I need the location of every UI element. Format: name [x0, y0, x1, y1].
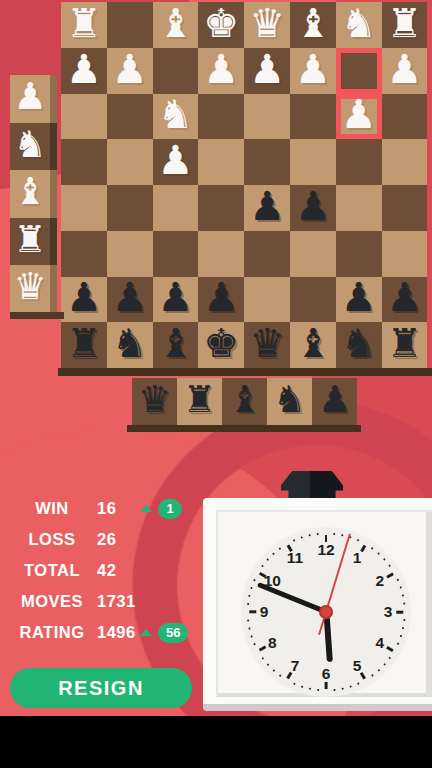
clock-tick [248, 627, 251, 630]
stat-row-rating: RATING 1496 56 [0, 617, 205, 648]
clock-tick [247, 619, 250, 622]
clock-tick [250, 635, 253, 638]
black-pawn: ♟ [203, 277, 239, 317]
square-a1[interactable]: ♜ [382, 2, 428, 48]
white-pawn: ♟ [112, 49, 148, 89]
square-c5[interactable]: ♟ [290, 185, 336, 231]
clock-tick [403, 603, 406, 606]
stat-row-total: TOTAL 42 [0, 555, 205, 586]
clock-tick [396, 579, 399, 582]
stat-value: 16 [97, 499, 116, 518]
black-queen: ♛ [138, 381, 171, 418]
clock-tick [356, 539, 359, 542]
black-tray-base [127, 425, 361, 432]
tray-square: ♛ [132, 378, 177, 425]
square-g1[interactable] [107, 2, 153, 48]
tray-square: ♝ [10, 170, 57, 218]
clock-number-12: 12 [314, 541, 338, 559]
clock-face: 123456789101112 [241, 527, 411, 697]
clock-tick [370, 547, 373, 550]
square-h5[interactable] [61, 185, 107, 231]
black-knight: ♞ [273, 381, 306, 418]
square-c3[interactable] [290, 94, 336, 140]
white-bishop: ♝ [158, 3, 194, 43]
square-f3[interactable]: ♞ [153, 94, 199, 140]
black-pawn: ♟ [318, 381, 351, 418]
square-g7[interactable]: ♟ [107, 277, 153, 323]
black-bishop: ♝ [228, 381, 261, 418]
clock-tick [377, 669, 380, 672]
clock-tick [300, 536, 303, 539]
square-g6[interactable] [107, 231, 153, 277]
black-pawn: ♟ [249, 186, 285, 226]
clock-tick [253, 579, 256, 582]
square-b7[interactable]: ♟ [336, 277, 382, 323]
clock-tick [272, 552, 275, 555]
clock-tick [356, 682, 359, 685]
delta-badge: 56 [158, 623, 188, 643]
clock-number-11: 11 [283, 549, 307, 567]
clock-number-5: 5 [345, 657, 369, 675]
white-pawn: ♟ [249, 49, 285, 89]
square-h2[interactable]: ♟ [61, 48, 107, 94]
square-a3[interactable] [382, 94, 428, 140]
square-a8[interactable]: ♜ [382, 322, 428, 368]
clock-tick [388, 564, 391, 567]
white-pawn: ♟ [295, 49, 331, 89]
black-queen: ♛ [249, 323, 285, 363]
clock-tick [383, 558, 386, 561]
square-f1[interactable]: ♝ [153, 2, 199, 48]
clock-tick [370, 674, 373, 677]
clock-tick [399, 635, 402, 638]
white-queen: ♛ [13, 268, 46, 305]
clock-tick [401, 627, 404, 630]
black-rook: ♜ [66, 323, 102, 363]
white-pawn: ♟ [158, 140, 194, 180]
clock-tick [278, 674, 281, 677]
black-bishop: ♝ [295, 323, 331, 363]
white-king: ♚ [203, 3, 239, 43]
square-f5[interactable] [153, 185, 199, 231]
clock-tick [248, 594, 251, 597]
white-knight: ♞ [158, 94, 194, 134]
clock-tick [317, 533, 320, 536]
square-b5[interactable] [336, 185, 382, 231]
square-e4[interactable] [198, 139, 244, 185]
white-piece-tray: ♟♞♝♜♛ [10, 75, 57, 313]
chess-clock: 123456789101112 [203, 498, 432, 710]
stat-label: LOSS [8, 530, 96, 549]
square-f7[interactable]: ♟ [153, 277, 199, 323]
black-rook: ♜ [183, 381, 216, 418]
clock-tick [300, 685, 303, 688]
stat-value: 1496 [97, 623, 136, 642]
tray-square: ♝ [222, 378, 267, 425]
black-bishop: ♝ [158, 323, 194, 363]
white-rook: ♜ [66, 3, 102, 43]
black-pawn: ♟ [387, 277, 423, 317]
black-knight: ♞ [341, 323, 377, 363]
resign-button[interactable]: RESIGN [10, 668, 192, 708]
white-pawn: ♟ [341, 94, 377, 134]
stat-label: RATING [8, 623, 96, 642]
square-e6[interactable] [198, 231, 244, 277]
clock-tick [349, 685, 352, 688]
tray-square: ♛ [10, 265, 57, 313]
square-b8[interactable]: ♞ [336, 322, 382, 368]
clock-tick [250, 586, 253, 589]
black-pawn: ♟ [112, 277, 148, 317]
square-c4[interactable] [290, 139, 336, 185]
clock-number-1: 1 [345, 549, 369, 567]
white-tray-base [10, 312, 64, 319]
square-e1[interactable]: ♚ [198, 2, 244, 48]
clock-plunger-button [281, 471, 343, 499]
square-b2[interactable] [336, 48, 382, 94]
up-arrow-icon [140, 505, 152, 512]
square-h6[interactable] [61, 231, 107, 277]
clock-base [203, 704, 432, 711]
tray-square: ♞ [267, 378, 312, 425]
black-pawn: ♟ [66, 277, 102, 317]
clock-tick [253, 642, 256, 645]
square-e2[interactable]: ♟ [198, 48, 244, 94]
square-h3[interactable] [61, 94, 107, 140]
clock-tick [308, 534, 311, 537]
black-king: ♚ [203, 323, 239, 363]
white-rook: ♜ [13, 221, 46, 258]
square-c8[interactable]: ♝ [290, 322, 336, 368]
stat-row-win: WIN 16 1 [0, 493, 205, 524]
square-d7[interactable] [244, 277, 290, 323]
clock-tick [278, 547, 281, 550]
square-d4[interactable] [244, 139, 290, 185]
clock-tick [383, 663, 386, 666]
white-pawn: ♟ [13, 78, 46, 115]
clock-tick [341, 687, 344, 690]
square-c1[interactable]: ♝ [290, 2, 336, 48]
square-a4[interactable] [382, 139, 428, 185]
white-knight: ♞ [13, 126, 46, 163]
black-pawn: ♟ [295, 186, 331, 226]
square-g3[interactable] [107, 94, 153, 140]
clock-tick [293, 539, 296, 542]
square-e3[interactable] [198, 94, 244, 140]
stat-value: 1731 [97, 592, 136, 611]
clock-tick [333, 533, 336, 536]
stat-row-moves: MOVES 1731 [0, 586, 205, 617]
white-bishop: ♝ [13, 173, 46, 210]
clock-tick [403, 619, 406, 622]
clock-number-6: 6 [314, 665, 338, 683]
chess-board[interactable]: ♜♝♚♛♝♞♜♟♟♟♟♟♟♞♟♟♟♟♟♟♟♟♟♟♜♞♝♚♛♝♞♜ [61, 2, 427, 368]
stat-label: WIN [8, 499, 96, 518]
square-a5[interactable] [382, 185, 428, 231]
tray-square: ♜ [10, 218, 57, 266]
stat-label: TOTAL [8, 561, 96, 580]
square-f8[interactable]: ♝ [153, 322, 199, 368]
clock-tick [325, 535, 328, 542]
square-d5[interactable]: ♟ [244, 185, 290, 231]
square-f6[interactable] [153, 231, 199, 277]
clock-center-cap [319, 605, 333, 619]
clock-tick [396, 611, 403, 614]
clock-tick [266, 558, 269, 561]
clock-tick [317, 689, 320, 692]
up-arrow-icon [140, 629, 152, 636]
bottom-black-bar [0, 716, 432, 768]
square-f2[interactable] [153, 48, 199, 94]
square-h4[interactable] [61, 139, 107, 185]
clock-tick [401, 594, 404, 597]
square-b1[interactable]: ♞ [336, 2, 382, 48]
stat-label: MOVES [8, 592, 96, 611]
square-a6[interactable] [382, 231, 428, 277]
white-rook: ♜ [387, 3, 423, 43]
black-rook: ♜ [387, 323, 423, 363]
square-d8[interactable]: ♛ [244, 322, 290, 368]
square-d2[interactable]: ♟ [244, 48, 290, 94]
clock-tick [325, 682, 328, 689]
square-e5[interactable] [198, 185, 244, 231]
square-d6[interactable] [244, 231, 290, 277]
square-b3[interactable]: ♟ [336, 94, 382, 140]
clock-inner-panel: 123456789101112 [216, 510, 432, 697]
white-queen: ♛ [249, 3, 285, 43]
chess-app-screen: ♜♝♚♛♝♞♜♟♟♟♟♟♟♞♟♟♟♟♟♟♟♟♟♟♜♞♝♚♛♝♞♜ ♟♞♝♜♛ ♛… [0, 0, 432, 768]
white-knight: ♞ [341, 3, 377, 43]
black-pawn: ♟ [341, 277, 377, 317]
square-h7[interactable]: ♟ [61, 277, 107, 323]
clock-tick [293, 682, 296, 685]
square-c2[interactable]: ♟ [290, 48, 336, 94]
square-e7[interactable]: ♟ [198, 277, 244, 323]
clock-number-7: 7 [283, 657, 307, 675]
stat-value: 26 [97, 530, 116, 549]
clock-tick [261, 564, 264, 567]
square-g4[interactable] [107, 139, 153, 185]
square-c7[interactable] [290, 277, 336, 323]
tray-square: ♟ [10, 75, 57, 123]
tray-square: ♜ [177, 378, 222, 425]
square-g8[interactable]: ♞ [107, 322, 153, 368]
clock-tick [377, 552, 380, 555]
square-b6[interactable] [336, 231, 382, 277]
delta-badge: 1 [158, 499, 182, 519]
square-f4[interactable]: ♟ [153, 139, 199, 185]
white-pawn: ♟ [203, 49, 239, 89]
square-d1[interactable]: ♛ [244, 2, 290, 48]
square-h1[interactable]: ♜ [61, 2, 107, 48]
tray-square: ♟ [312, 378, 357, 425]
clock-tick [261, 656, 264, 659]
clock-tick [333, 689, 336, 692]
square-e8[interactable]: ♚ [198, 322, 244, 368]
stats-panel: WIN 16 1 LOSS 26 TOTAL 42 MOVES 1731 RAT… [0, 493, 205, 648]
square-c6[interactable] [290, 231, 336, 277]
square-g2[interactable]: ♟ [107, 48, 153, 94]
stat-row-loss: LOSS 26 [0, 524, 205, 555]
clock-tick [396, 642, 399, 645]
square-g5[interactable] [107, 185, 153, 231]
square-d3[interactable] [244, 94, 290, 140]
clock-tick [247, 603, 250, 606]
clock-tick [249, 611, 256, 614]
square-b4[interactable] [336, 139, 382, 185]
white-pawn: ♟ [66, 49, 102, 89]
clock-tick [272, 669, 275, 672]
clock-tick [388, 656, 391, 659]
tray-square: ♞ [10, 123, 57, 171]
clock-tick [341, 534, 344, 537]
square-h8[interactable]: ♜ [61, 322, 107, 368]
square-a7[interactable]: ♟ [382, 277, 428, 323]
black-knight: ♞ [112, 323, 148, 363]
black-piece-tray: ♛♜♝♞♟ [132, 378, 357, 425]
board-shadow [58, 368, 432, 376]
black-pawn: ♟ [158, 277, 194, 317]
clock-tick [266, 663, 269, 666]
clock-tick [399, 586, 402, 589]
stat-value: 42 [97, 561, 116, 580]
square-a2[interactable]: ♟ [382, 48, 428, 94]
white-pawn: ♟ [387, 49, 423, 89]
white-bishop: ♝ [295, 3, 331, 43]
clock-tick [308, 687, 311, 690]
